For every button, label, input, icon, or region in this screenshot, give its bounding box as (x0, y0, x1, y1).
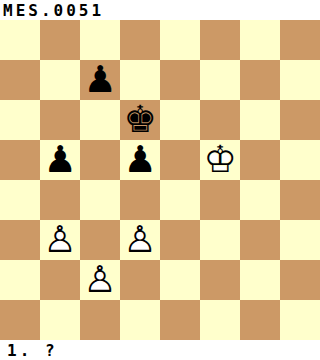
square-h4[interactable] (280, 180, 320, 220)
square-g8[interactable] (240, 20, 280, 60)
square-b5[interactable]: ♟ (40, 140, 80, 180)
square-b1[interactable] (40, 300, 80, 340)
square-a2[interactable] (0, 260, 40, 300)
square-f3[interactable] (200, 220, 240, 260)
square-h3[interactable] (280, 220, 320, 260)
square-a4[interactable] (0, 180, 40, 220)
square-h7[interactable] (280, 60, 320, 100)
square-b3[interactable]: ♟♙ (40, 220, 80, 260)
square-e3[interactable] (160, 220, 200, 260)
square-b4[interactable] (40, 180, 80, 220)
white-pawn-outline: ♙ (120, 220, 160, 260)
square-a5[interactable] (0, 140, 40, 180)
square-g5[interactable] (240, 140, 280, 180)
square-a6[interactable] (0, 100, 40, 140)
square-d5[interactable]: ♟ (120, 140, 160, 180)
square-e2[interactable] (160, 260, 200, 300)
square-d6[interactable]: ♚ (120, 100, 160, 140)
square-f6[interactable] (200, 100, 240, 140)
square-f7[interactable] (200, 60, 240, 100)
white-pawn: ♟♙ (120, 220, 160, 260)
square-e8[interactable] (160, 20, 200, 60)
square-e4[interactable] (160, 180, 200, 220)
square-a3[interactable] (0, 220, 40, 260)
square-f5[interactable]: ♚♔ (200, 140, 240, 180)
square-c4[interactable] (80, 180, 120, 220)
white-pawn: ♟♙ (40, 220, 80, 260)
square-d3[interactable]: ♟♙ (120, 220, 160, 260)
square-h2[interactable] (280, 260, 320, 300)
square-f8[interactable] (200, 20, 240, 60)
square-c2[interactable]: ♟♙ (80, 260, 120, 300)
move-prompt: 1. ? (0, 340, 320, 360)
square-c8[interactable] (80, 20, 120, 60)
white-pawn-outline: ♙ (40, 220, 80, 260)
square-d1[interactable] (120, 300, 160, 340)
square-g6[interactable] (240, 100, 280, 140)
square-a1[interactable] (0, 300, 40, 340)
square-d4[interactable] (120, 180, 160, 220)
black-pawn: ♟ (120, 140, 160, 180)
square-e7[interactable] (160, 60, 200, 100)
white-king-outline: ♔ (200, 140, 240, 180)
square-c7[interactable]: ♟ (80, 60, 120, 100)
square-h5[interactable] (280, 140, 320, 180)
square-h8[interactable] (280, 20, 320, 60)
square-f2[interactable] (200, 260, 240, 300)
square-f4[interactable] (200, 180, 240, 220)
square-c5[interactable] (80, 140, 120, 180)
square-h1[interactable] (280, 300, 320, 340)
square-d2[interactable] (120, 260, 160, 300)
square-d7[interactable] (120, 60, 160, 100)
square-e6[interactable] (160, 100, 200, 140)
square-e1[interactable] (160, 300, 200, 340)
square-c3[interactable] (80, 220, 120, 260)
black-king: ♚ (120, 100, 160, 140)
square-a8[interactable] (0, 20, 40, 60)
square-g1[interactable] (240, 300, 280, 340)
black-pawn: ♟ (40, 140, 80, 180)
square-g3[interactable] (240, 220, 280, 260)
square-a7[interactable] (0, 60, 40, 100)
diagram-id-label: MES.0051 (0, 0, 320, 20)
square-g2[interactable] (240, 260, 280, 300)
white-pawn: ♟♙ (80, 260, 120, 300)
square-c6[interactable] (80, 100, 120, 140)
square-g4[interactable] (240, 180, 280, 220)
square-b8[interactable] (40, 20, 80, 60)
white-pawn-outline: ♙ (80, 260, 120, 300)
chess-board: ♟♚♟♟♚♔♟♙♟♙♟♙ (0, 20, 320, 340)
square-b6[interactable] (40, 100, 80, 140)
square-c1[interactable] (80, 300, 120, 340)
square-g7[interactable] (240, 60, 280, 100)
black-pawn: ♟ (80, 60, 120, 100)
square-e5[interactable] (160, 140, 200, 180)
square-h6[interactable] (280, 100, 320, 140)
square-d8[interactable] (120, 20, 160, 60)
square-f1[interactable] (200, 300, 240, 340)
white-king: ♚♔ (200, 140, 240, 180)
square-b7[interactable] (40, 60, 80, 100)
square-b2[interactable] (40, 260, 80, 300)
